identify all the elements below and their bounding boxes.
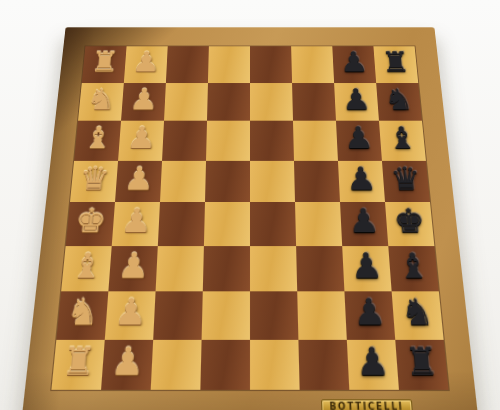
square-h6[interactable]	[298, 339, 349, 390]
white-knight[interactable]: ♞	[86, 85, 117, 114]
square-f2[interactable]: ♟	[108, 246, 157, 292]
square-e5[interactable]	[250, 202, 296, 246]
square-c1[interactable]: ♝	[74, 121, 121, 161]
square-h5[interactable]	[250, 339, 300, 390]
black-bishop[interactable]: ♝	[396, 248, 431, 283]
square-h3[interactable]	[151, 339, 202, 390]
white-bishop[interactable]: ♝	[82, 123, 114, 153]
brand-plaque: BOTTICELLI	[320, 399, 413, 410]
square-d5[interactable]	[250, 160, 295, 202]
black-bishop[interactable]: ♝	[386, 123, 418, 153]
square-b1[interactable]: ♞	[78, 83, 124, 121]
square-a8[interactable]: ♜	[373, 46, 418, 82]
white-bishop[interactable]: ♝	[70, 248, 105, 283]
square-h2[interactable]: ♟	[101, 339, 153, 390]
black-pawn[interactable]: ♟	[347, 204, 380, 237]
black-pawn[interactable]: ♟	[352, 294, 387, 331]
square-g8[interactable]: ♞	[392, 291, 444, 339]
square-h7[interactable]: ♟	[347, 339, 399, 390]
black-knight[interactable]: ♞	[399, 294, 434, 331]
white-king[interactable]: ♚	[74, 204, 108, 237]
square-h8[interactable]: ♜	[395, 339, 448, 390]
square-g7[interactable]: ♟	[344, 291, 395, 339]
square-a1[interactable]: ♜	[82, 46, 127, 82]
square-c6[interactable]	[293, 121, 338, 161]
black-queen[interactable]: ♛	[389, 162, 422, 194]
black-knight[interactable]: ♞	[383, 85, 414, 114]
square-b4[interactable]	[207, 83, 250, 121]
white-rook[interactable]: ♜	[89, 48, 120, 76]
square-g4[interactable]	[202, 291, 250, 339]
square-f1[interactable]: ♝	[61, 246, 112, 292]
square-b3[interactable]	[164, 83, 208, 121]
square-g6[interactable]	[297, 291, 347, 339]
square-a3[interactable]	[166, 46, 209, 82]
white-pawn[interactable]: ♟	[117, 248, 151, 283]
square-d1[interactable]: ♛	[70, 160, 118, 202]
square-g2[interactable]: ♟	[105, 291, 156, 339]
white-knight[interactable]: ♞	[65, 294, 100, 331]
square-d8[interactable]: ♛	[382, 160, 430, 202]
white-pawn[interactable]: ♟	[128, 85, 159, 114]
square-f6[interactable]	[296, 246, 344, 292]
white-pawn[interactable]: ♟	[123, 162, 155, 194]
square-a5[interactable]	[250, 46, 292, 82]
square-b2[interactable]: ♟	[121, 83, 166, 121]
square-d7[interactable]: ♟	[338, 160, 385, 202]
square-h4[interactable]	[200, 339, 250, 390]
square-a2[interactable]: ♟	[124, 46, 168, 82]
square-d3[interactable]	[160, 160, 206, 202]
square-g1[interactable]: ♞	[56, 291, 108, 339]
photo-background: ♜♟♟♜♞♟♟♞♝♟♟♝♛♟♟♛♚♟♟♚♝♟♟♝♞♟♟♞♜♟♟♜ BOTTICE…	[0, 0, 500, 410]
square-h1[interactable]: ♜	[51, 339, 104, 390]
black-pawn[interactable]: ♟	[339, 48, 369, 76]
white-pawn[interactable]: ♟	[113, 294, 148, 331]
square-b7[interactable]: ♟	[334, 83, 379, 121]
square-g5[interactable]	[250, 291, 298, 339]
square-c3[interactable]	[162, 121, 207, 161]
square-c7[interactable]: ♟	[336, 121, 382, 161]
square-e8[interactable]: ♚	[385, 202, 434, 246]
square-b5[interactable]	[250, 83, 293, 121]
square-f7[interactable]: ♟	[342, 246, 391, 292]
black-rook[interactable]: ♜	[403, 342, 439, 380]
black-rook[interactable]: ♜	[380, 48, 411, 76]
square-e7[interactable]: ♟	[340, 202, 388, 246]
square-f3[interactable]	[156, 246, 204, 292]
white-queen[interactable]: ♛	[78, 162, 111, 194]
black-king[interactable]: ♚	[392, 204, 426, 237]
square-d4[interactable]	[205, 160, 250, 202]
square-a6[interactable]	[291, 46, 334, 82]
square-a7[interactable]: ♟	[332, 46, 376, 82]
white-pawn[interactable]: ♟	[126, 123, 157, 153]
black-pawn[interactable]: ♟	[343, 123, 374, 153]
square-e1[interactable]: ♚	[66, 202, 115, 246]
square-b8[interactable]: ♞	[376, 83, 422, 121]
white-pawn[interactable]: ♟	[131, 48, 161, 76]
square-e4[interactable]	[204, 202, 250, 246]
square-f8[interactable]: ♝	[388, 246, 439, 292]
square-e6[interactable]	[295, 202, 342, 246]
square-a4[interactable]	[208, 46, 250, 82]
black-pawn[interactable]: ♟	[350, 248, 384, 283]
square-c2[interactable]: ♟	[118, 121, 164, 161]
black-pawn[interactable]: ♟	[355, 342, 391, 380]
black-pawn[interactable]: ♟	[345, 162, 377, 194]
white-pawn[interactable]: ♟	[120, 204, 153, 237]
square-c8[interactable]: ♝	[379, 121, 426, 161]
square-e3[interactable]	[158, 202, 205, 246]
board-frame: ♜♟♟♜♞♟♟♞♝♟♟♝♛♟♟♛♚♟♟♚♝♟♟♝♞♟♟♞♜♟♟♜ BOTTICE…	[22, 27, 479, 410]
white-pawn[interactable]: ♟	[110, 342, 146, 380]
square-g3[interactable]	[153, 291, 203, 339]
white-rook[interactable]: ♜	[60, 342, 96, 380]
square-c5[interactable]	[250, 121, 294, 161]
square-d2[interactable]: ♟	[115, 160, 162, 202]
square-f4[interactable]	[203, 246, 250, 292]
square-e2[interactable]: ♟	[112, 202, 160, 246]
chess-board: ♜♟♟♜♞♟♟♞♝♟♟♝♛♟♟♛♚♟♟♚♝♟♟♝♞♟♟♞♜♟♟♜	[51, 46, 448, 390]
square-b6[interactable]	[292, 83, 336, 121]
black-pawn[interactable]: ♟	[341, 85, 372, 114]
square-c4[interactable]	[206, 121, 250, 161]
square-f5[interactable]	[250, 246, 297, 292]
square-d6[interactable]	[294, 160, 340, 202]
